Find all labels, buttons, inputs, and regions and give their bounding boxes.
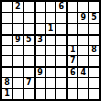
cell-r4c1[interactable] [2, 35, 12, 45]
cell-r2c3[interactable] [24, 13, 34, 23]
cell-r1c9[interactable] [89, 2, 99, 12]
cell-r7c3[interactable] [24, 67, 34, 77]
cell-r1c3[interactable] [24, 2, 34, 12]
cell-r8c6[interactable] [56, 78, 66, 88]
cell-r8c9[interactable] [89, 78, 99, 88]
cell-r8c4[interactable] [35, 78, 45, 88]
cell-r9c5[interactable] [46, 89, 56, 99]
cell-r7c9[interactable] [89, 67, 99, 77]
cell-r4c5[interactable] [46, 35, 56, 45]
cell-r7c7-given: 6 [67, 67, 77, 77]
cell-r9c3[interactable] [24, 89, 34, 99]
cell-r3c7[interactable] [67, 24, 77, 34]
cell-r1c7[interactable] [67, 2, 77, 12]
cell-r5c5[interactable] [46, 46, 56, 56]
cell-r8c1-given: 8 [2, 78, 12, 88]
cell-r9c7[interactable] [67, 89, 77, 99]
cell-r4c4-given: 3 [35, 35, 45, 45]
cell-r1c2-given: 2 [13, 2, 23, 12]
cell-r1c5[interactable] [46, 2, 56, 12]
cell-r6c5[interactable] [46, 56, 56, 66]
cell-r9c4[interactable] [35, 89, 45, 99]
sudoku-board: 26951953187964871 [0, 0, 101, 101]
cell-r9c9[interactable] [89, 89, 99, 99]
cell-r5c4[interactable] [35, 46, 45, 56]
cell-r8c2[interactable] [13, 78, 23, 88]
cell-r3c6[interactable] [56, 24, 66, 34]
cell-r7c1[interactable] [2, 67, 12, 77]
cell-r5c8[interactable] [78, 46, 88, 56]
cell-r1c1[interactable] [2, 2, 12, 12]
cell-r8c8[interactable] [78, 78, 88, 88]
cell-r2c1[interactable] [2, 13, 12, 23]
cell-r8c5[interactable] [46, 78, 56, 88]
cell-r5c2[interactable] [13, 46, 23, 56]
cell-r5c3[interactable] [24, 46, 34, 56]
cell-r4c7[interactable] [67, 35, 77, 45]
cell-r3c1[interactable] [2, 24, 12, 34]
cell-r5c9-given: 8 [89, 46, 99, 56]
cell-r4c2-given: 9 [13, 35, 23, 45]
cell-r6c7-given: 7 [67, 56, 77, 66]
cell-r6c2[interactable] [13, 56, 23, 66]
cell-r6c8[interactable] [78, 56, 88, 66]
cell-r6c4[interactable] [35, 56, 45, 66]
cell-r3c2[interactable] [13, 24, 23, 34]
cell-r4c9[interactable] [89, 35, 99, 45]
cell-r2c4[interactable] [35, 13, 45, 23]
cell-r9c8[interactable] [78, 89, 88, 99]
cell-r4c3-given: 5 [24, 35, 34, 45]
cell-r7c5[interactable] [46, 67, 56, 77]
cell-r6c6[interactable] [56, 56, 66, 66]
cell-r1c6-given: 6 [56, 2, 66, 12]
cell-r5c7-given: 1 [67, 46, 77, 56]
cell-r7c2[interactable] [13, 67, 23, 77]
cell-r6c9[interactable] [89, 56, 99, 66]
cell-r2c6[interactable] [56, 13, 66, 23]
cell-r7c4-given: 9 [35, 67, 45, 77]
cell-r6c1[interactable] [2, 56, 12, 66]
cell-r9c1-given: 1 [2, 89, 12, 99]
cell-r7c8-given: 4 [78, 67, 88, 77]
cell-r1c8[interactable] [78, 2, 88, 12]
cell-r8c7[interactable] [67, 78, 77, 88]
cell-r3c4[interactable] [35, 24, 45, 34]
cell-r5c6[interactable] [56, 46, 66, 56]
cell-r3c5-given: 1 [46, 24, 56, 34]
cell-r4c6[interactable] [56, 35, 66, 45]
cell-r3c9[interactable] [89, 24, 99, 34]
cell-r2c7[interactable] [67, 13, 77, 23]
cell-r2c5[interactable] [46, 13, 56, 23]
cell-r2c8-given: 9 [78, 13, 88, 23]
cell-r7c6[interactable] [56, 67, 66, 77]
cell-r9c6[interactable] [56, 89, 66, 99]
cell-r1c4[interactable] [35, 2, 45, 12]
cell-r5c1[interactable] [2, 46, 12, 56]
cell-r2c2[interactable] [13, 13, 23, 23]
cell-r2c9-given: 5 [89, 13, 99, 23]
cell-r4c8[interactable] [78, 35, 88, 45]
cell-r6c3[interactable] [24, 56, 34, 66]
cell-r8c3-given: 7 [24, 78, 34, 88]
cell-r3c8[interactable] [78, 24, 88, 34]
cell-r9c2[interactable] [13, 89, 23, 99]
cell-r3c3[interactable] [24, 24, 34, 34]
